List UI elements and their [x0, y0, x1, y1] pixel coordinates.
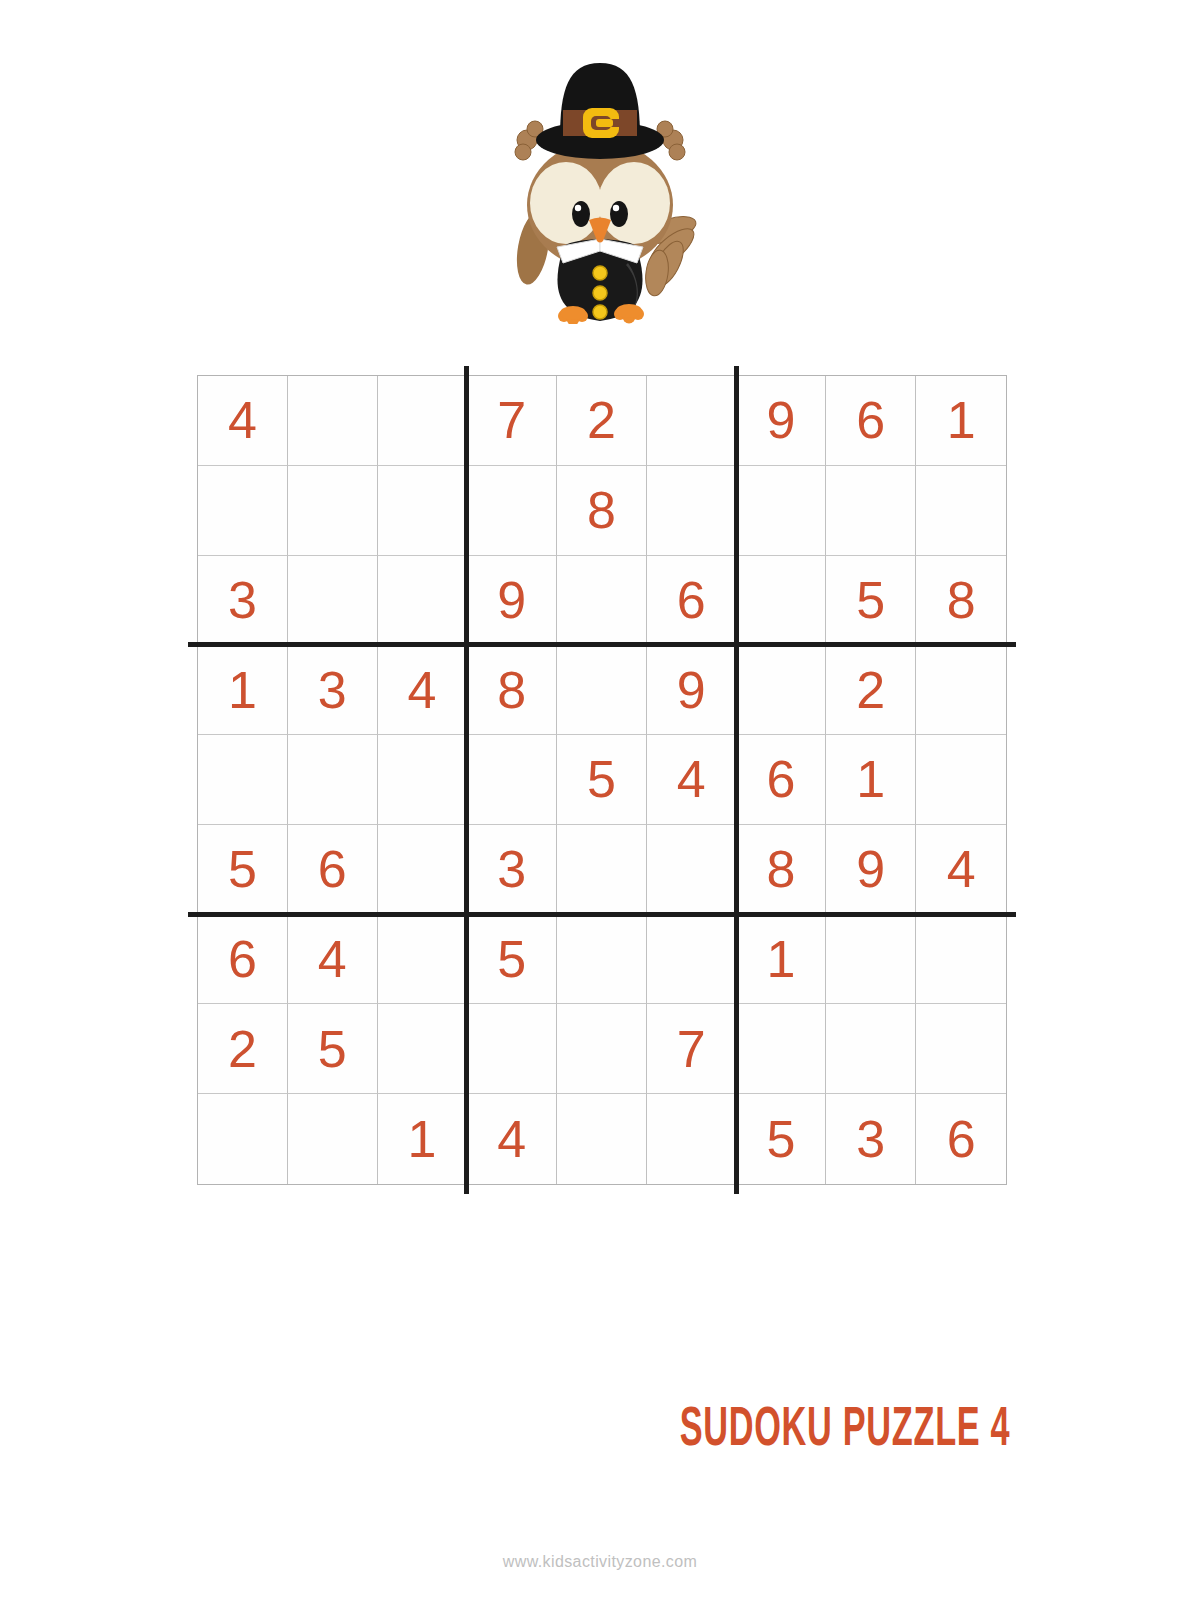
- sudoku-cell-r6c5: [557, 825, 647, 915]
- sudoku-cell-r3c2: [288, 556, 378, 646]
- sudoku-cell-r9c7: 5: [737, 1094, 827, 1184]
- sudoku-cell-r7c4: 5: [467, 915, 557, 1005]
- sudoku-cell-r4c1: 1: [198, 645, 288, 735]
- sudoku-cell-r1c4: 7: [467, 376, 557, 466]
- sudoku-cell-r2c7: [737, 466, 827, 556]
- box-divider-horizontal-2: [188, 912, 1016, 917]
- sudoku-cell-r1c3: [378, 376, 468, 466]
- sudoku-cell-r2c9: [916, 466, 1006, 556]
- sudoku-cell-r2c2: [288, 466, 378, 556]
- sudoku-cell-r9c4: 4: [467, 1094, 557, 1184]
- sudoku-cell-r8c9: [916, 1004, 1006, 1094]
- sudoku-cell-r5c3: [378, 735, 468, 825]
- sudoku-cell-r3c4: 9: [467, 556, 557, 646]
- sudoku-cell-r5c7: 6: [737, 735, 827, 825]
- sudoku-cell-r3c5: [557, 556, 647, 646]
- sudoku-cell-r6c7: 8: [737, 825, 827, 915]
- sudoku-cell-r6c2: 6: [288, 825, 378, 915]
- sudoku-cell-r7c8: [826, 915, 916, 1005]
- sudoku-cell-r4c4: 8: [467, 645, 557, 735]
- box-divider-horizontal-1: [188, 642, 1016, 647]
- pilgrim-owl-graphic: [500, 50, 700, 324]
- sudoku-cell-r3c1: 3: [198, 556, 288, 646]
- sudoku-cell-r7c7: 1: [737, 915, 827, 1005]
- sudoku-cell-r6c8: 9: [826, 825, 916, 915]
- puzzle-title: SUDOKU PUZZLE 4: [679, 1395, 1010, 1458]
- sudoku-cell-r5c5: 5: [557, 735, 647, 825]
- sudoku-cell-r9c8: 3: [826, 1094, 916, 1184]
- sudoku-cell-r7c6: [647, 915, 737, 1005]
- sudoku-cell-r5c8: 1: [826, 735, 916, 825]
- sudoku-cell-r9c5: [557, 1094, 647, 1184]
- sudoku-cell-r7c9: [916, 915, 1006, 1005]
- sudoku-cell-r1c9: 1: [916, 376, 1006, 466]
- sudoku-cell-r8c8: [826, 1004, 916, 1094]
- sudoku-cell-r6c1: 5: [198, 825, 288, 915]
- sudoku-cell-r8c7: [737, 1004, 827, 1094]
- sudoku-cell-r3c8: 5: [826, 556, 916, 646]
- sudoku-cell-r8c1: 2: [198, 1004, 288, 1094]
- sudoku-cell-r1c2: [288, 376, 378, 466]
- sudoku-cell-r2c8: [826, 466, 916, 556]
- sudoku-cell-r9c1: [198, 1094, 288, 1184]
- sudoku-cell-r4c8: 2: [826, 645, 916, 735]
- sudoku-cell-r2c1: [198, 466, 288, 556]
- owl-buttons: [593, 266, 607, 319]
- sudoku-grid: 4729618396581348925461563894645125714536: [197, 375, 1007, 1185]
- sudoku-cell-r4c6: 9: [647, 645, 737, 735]
- sudoku-cell-r5c4: [467, 735, 557, 825]
- sudoku-cell-r8c6: 7: [647, 1004, 737, 1094]
- sudoku-cell-r9c3: 1: [378, 1094, 468, 1184]
- sudoku-cell-r1c1: 4: [198, 376, 288, 466]
- sudoku-cell-r5c6: 4: [647, 735, 737, 825]
- sudoku-cell-r4c9: [916, 645, 1006, 735]
- sudoku-cell-r8c2: 5: [288, 1004, 378, 1094]
- pilgrim-owl-illustration: [500, 50, 700, 324]
- sudoku-cell-r5c1: [198, 735, 288, 825]
- sudoku-cell-r6c3: [378, 825, 468, 915]
- sudoku-cell-r9c2: [288, 1094, 378, 1184]
- sudoku-cell-r2c3: [378, 466, 468, 556]
- sudoku-cell-r7c2: 4: [288, 915, 378, 1005]
- sudoku-cell-r6c9: 4: [916, 825, 1006, 915]
- pilgrim-hat-icon: [536, 63, 664, 159]
- sudoku-cell-r8c5: [557, 1004, 647, 1094]
- sudoku-cell-r6c6: [647, 825, 737, 915]
- sudoku-cell-r4c3: 4: [378, 645, 468, 735]
- sudoku-cell-r3c9: 8: [916, 556, 1006, 646]
- sudoku-cell-r1c6: [647, 376, 737, 466]
- sudoku-cell-r7c5: [557, 915, 647, 1005]
- sudoku-cell-r5c2: [288, 735, 378, 825]
- sudoku-cell-r6c4: 3: [467, 825, 557, 915]
- sudoku-cell-r2c5: 8: [557, 466, 647, 556]
- sudoku-cell-r4c7: [737, 645, 827, 735]
- sudoku-cell-r1c8: 6: [826, 376, 916, 466]
- sudoku-cell-r3c3: [378, 556, 468, 646]
- sudoku-board: 4729618396581348925461563894645125714536: [197, 375, 1007, 1185]
- sudoku-cell-r2c4: [467, 466, 557, 556]
- sudoku-cell-r4c5: [557, 645, 647, 735]
- sudoku-cell-r8c3: [378, 1004, 468, 1094]
- sudoku-cell-r9c6: [647, 1094, 737, 1184]
- sudoku-cell-r5c9: [916, 735, 1006, 825]
- sudoku-cell-r9c9: 6: [916, 1094, 1006, 1184]
- sudoku-cell-r3c7: [737, 556, 827, 646]
- footer-website-url: www.kidsactivityzone.com: [0, 1553, 1200, 1571]
- sudoku-cell-r7c1: 6: [198, 915, 288, 1005]
- sudoku-cell-r3c6: 6: [647, 556, 737, 646]
- sudoku-cell-r1c7: 9: [737, 376, 827, 466]
- sudoku-cell-r1c5: 2: [557, 376, 647, 466]
- sudoku-cell-r4c2: 3: [288, 645, 378, 735]
- sudoku-cell-r7c3: [378, 915, 468, 1005]
- sudoku-cell-r8c4: [467, 1004, 557, 1094]
- box-divider-vertical-2: [734, 366, 739, 1194]
- sudoku-cell-r2c6: [647, 466, 737, 556]
- box-divider-vertical-1: [464, 366, 469, 1194]
